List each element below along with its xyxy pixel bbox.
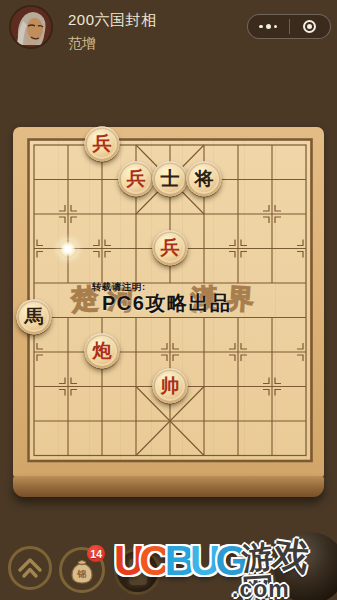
chevrons-up-icon	[15, 555, 45, 581]
top-bar: 200六国封相 范增	[0, 0, 337, 58]
board-front-edge	[13, 476, 324, 497]
hints-badge: 14	[87, 545, 105, 562]
piece-red-兵[interactable]: 兵	[153, 230, 188, 265]
more-button[interactable]	[248, 15, 289, 38]
piece-black-士[interactable]: 士	[153, 161, 188, 196]
piece-red-炮[interactable]: 炮	[85, 333, 120, 368]
level-title: 200六国封相	[68, 11, 157, 30]
title-block: 200六国封相 范增	[68, 11, 157, 53]
hints-bag-button[interactable]: 锦 14	[59, 547, 105, 593]
exit-button[interactable]	[290, 15, 331, 38]
avatar[interactable]	[9, 5, 53, 49]
piece-red-帅[interactable]: 帅	[153, 368, 188, 403]
piece-black-馬[interactable]: 馬	[17, 299, 52, 334]
collapse-button[interactable]	[8, 546, 52, 590]
piece-black-将[interactable]: 将	[187, 161, 222, 196]
target-circle-icon	[303, 20, 316, 33]
overlay-note-line2: PC6攻略出品	[102, 290, 231, 317]
obscured-button[interactable]	[114, 548, 161, 595]
piece-red-兵[interactable]: 兵	[85, 126, 120, 161]
three-dots-icon	[259, 24, 277, 29]
dark-sphere-button[interactable]	[274, 532, 337, 600]
move-sparkle	[59, 240, 77, 258]
player-name: 范增	[68, 35, 157, 53]
avatar-portrait	[11, 7, 51, 47]
app-screen: 200六国封相 范增	[0, 0, 337, 600]
obscured-icon	[129, 559, 147, 585]
xiangqi-board[interactable]: 楚河漢界 转载请注明: PC6攻略出品 兵兵士将兵馬炮帅	[13, 127, 324, 477]
piece-red-兵[interactable]: 兵	[119, 161, 154, 196]
bottom-bar: 锦 14	[0, 538, 337, 600]
miniprogram-capsule	[247, 14, 331, 39]
svg-text:锦: 锦	[77, 569, 87, 579]
